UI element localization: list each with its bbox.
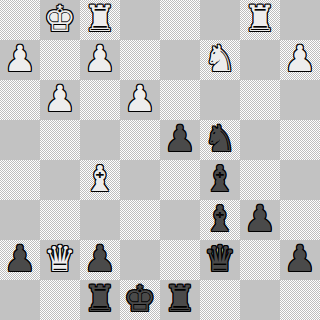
white-queen-g7[interactable]: ♛ (44, 240, 76, 279)
square-c1[interactable] (200, 0, 240, 40)
square-g5[interactable] (40, 160, 80, 200)
square-g6[interactable] (40, 200, 80, 240)
square-h5[interactable] (0, 160, 40, 200)
white-pawn-h2[interactable]: ♟ (4, 40, 36, 79)
white-pawn-f2[interactable]: ♟ (84, 40, 116, 79)
square-a8[interactable] (280, 280, 320, 320)
square-a5[interactable] (280, 160, 320, 200)
square-a2[interactable]: ♟ (280, 40, 320, 80)
white-rook-b1[interactable]: ♜ (244, 0, 276, 39)
square-b3[interactable] (240, 80, 280, 120)
square-d7[interactable] (160, 240, 200, 280)
square-h2[interactable]: ♟ (0, 40, 40, 80)
square-f8[interactable]: ♜ (80, 280, 120, 320)
square-c8[interactable] (200, 280, 240, 320)
square-b4[interactable] (240, 120, 280, 160)
square-d4[interactable]: ♟ (160, 120, 200, 160)
black-bishop-c5[interactable]: ♝ (204, 160, 236, 199)
square-b6[interactable]: ♟ (240, 200, 280, 240)
square-f2[interactable]: ♟ (80, 40, 120, 80)
white-pawn-e3[interactable]: ♟ (124, 80, 156, 119)
square-c4[interactable]: ♞ (200, 120, 240, 160)
square-e6[interactable] (120, 200, 160, 240)
black-king-e8[interactable]: ♚ (124, 280, 156, 319)
square-c5[interactable]: ♝ (200, 160, 240, 200)
white-bishop-f5[interactable]: ♝ (84, 160, 116, 199)
black-pawn-a7[interactable]: ♟ (284, 240, 316, 279)
square-h7[interactable]: ♟ (0, 240, 40, 280)
square-f4[interactable] (80, 120, 120, 160)
square-e1[interactable] (120, 0, 160, 40)
square-h6[interactable] (0, 200, 40, 240)
square-g8[interactable] (40, 280, 80, 320)
square-g1[interactable]: ♚ (40, 0, 80, 40)
square-a4[interactable] (280, 120, 320, 160)
square-b5[interactable] (240, 160, 280, 200)
square-g2[interactable] (40, 40, 80, 80)
black-pawn-f7[interactable]: ♟ (84, 240, 116, 279)
square-e2[interactable] (120, 40, 160, 80)
square-f5[interactable]: ♝ (80, 160, 120, 200)
white-pawn-a2[interactable]: ♟ (284, 40, 316, 79)
square-e8[interactable]: ♚ (120, 280, 160, 320)
square-c2[interactable]: ♞ (200, 40, 240, 80)
square-b2[interactable] (240, 40, 280, 80)
black-pawn-h7[interactable]: ♟ (4, 240, 36, 279)
square-e5[interactable] (120, 160, 160, 200)
square-f7[interactable]: ♟ (80, 240, 120, 280)
square-h1[interactable] (0, 0, 40, 40)
chess-board: ♚♜♜♟♟♞♟♟♟♟♞♝♝♝♟♟♛♟♛♟♜♚♜ (0, 0, 320, 320)
black-queen-c7[interactable]: ♛ (204, 240, 236, 279)
square-f3[interactable] (80, 80, 120, 120)
square-d8[interactable]: ♜ (160, 280, 200, 320)
square-b8[interactable] (240, 280, 280, 320)
square-a6[interactable] (280, 200, 320, 240)
square-h3[interactable] (0, 80, 40, 120)
square-a7[interactable]: ♟ (280, 240, 320, 280)
square-h8[interactable] (0, 280, 40, 320)
square-e7[interactable] (120, 240, 160, 280)
square-b1[interactable]: ♜ (240, 0, 280, 40)
square-c3[interactable] (200, 80, 240, 120)
square-e3[interactable]: ♟ (120, 80, 160, 120)
square-d1[interactable] (160, 0, 200, 40)
square-b7[interactable] (240, 240, 280, 280)
black-rook-f8[interactable]: ♜ (84, 280, 116, 319)
black-rook-d8[interactable]: ♜ (164, 280, 196, 319)
square-g4[interactable] (40, 120, 80, 160)
square-d6[interactable] (160, 200, 200, 240)
black-pawn-b6[interactable]: ♟ (244, 200, 276, 239)
white-pawn-g3[interactable]: ♟ (44, 80, 76, 119)
square-e4[interactable] (120, 120, 160, 160)
square-d2[interactable] (160, 40, 200, 80)
square-d3[interactable] (160, 80, 200, 120)
square-f1[interactable]: ♜ (80, 0, 120, 40)
square-g3[interactable]: ♟ (40, 80, 80, 120)
black-knight-c4[interactable]: ♞ (204, 120, 236, 159)
square-d5[interactable] (160, 160, 200, 200)
square-a1[interactable] (280, 0, 320, 40)
black-bishop-c6[interactable]: ♝ (204, 200, 236, 239)
white-knight-c2[interactable]: ♞ (204, 40, 236, 79)
white-king-g1[interactable]: ♚ (44, 0, 76, 39)
black-pawn-d4[interactable]: ♟ (164, 120, 196, 159)
square-g7[interactable]: ♛ (40, 240, 80, 280)
white-rook-f1[interactable]: ♜ (84, 0, 116, 39)
square-c7[interactable]: ♛ (200, 240, 240, 280)
square-h4[interactable] (0, 120, 40, 160)
square-c6[interactable]: ♝ (200, 200, 240, 240)
square-f6[interactable] (80, 200, 120, 240)
square-a3[interactable] (280, 80, 320, 120)
